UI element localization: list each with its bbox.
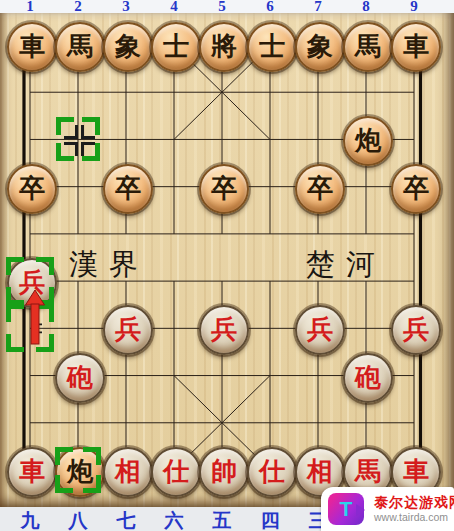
river-label-right: 楚河 [306,245,386,285]
xiangqi-app: 123456789 九八七六五四三二一 漢界 楚河 車馬象士將士象馬車炮卒卒卒卒… [0,0,454,531]
piece-red-elephant[interactable]: 相 [103,447,153,497]
piece-black-horse[interactable]: 馬 [343,22,393,72]
file-label-bottom-5: 五 [210,508,234,531]
file-label-top-5: 5 [214,0,230,15]
file-label-top-9: 9 [406,0,422,15]
file-label-bottom-6: 四 [258,508,282,531]
piece-red-soldier[interactable]: 兵 [103,305,153,355]
piece-black-elephant[interactable]: 象 [103,22,153,72]
file-label-top-3: 3 [118,0,134,15]
piece-red-advisor[interactable]: 仕 [151,447,201,497]
watermark[interactable]: T 泰尔达游戏网 www.tairda.com [321,487,454,531]
watermark-logo-letter: T [340,497,353,521]
watermark-site-name: 泰尔达游戏网 [374,495,454,511]
piece-black-soldier[interactable]: 卒 [199,164,249,214]
file-label-bottom-4: 六 [162,508,186,531]
file-label-bottom-1: 九 [18,508,42,531]
piece-red-cannon[interactable]: 砲 [343,353,393,403]
file-label-top-2: 2 [70,0,86,15]
piece-black-chariot[interactable]: 車 [7,22,57,72]
top-file-labels: 123456789 [0,0,454,13]
piece-black-advisor[interactable]: 士 [151,22,201,72]
file-label-top-8: 8 [358,0,374,15]
piece-black-soldier[interactable]: 卒 [103,164,153,214]
piece-black-soldier[interactable]: 卒 [391,164,441,214]
piece-red-general[interactable]: 帥 [199,447,249,497]
piece-black-soldier[interactable]: 卒 [295,164,345,214]
piece-black-elephant[interactable]: 象 [295,22,345,72]
piece-black-soldier[interactable]: 卒 [7,164,57,214]
file-label-top-7: 7 [310,0,326,15]
piece-red-chariot[interactable]: 車 [7,447,57,497]
piece-red-soldier[interactable]: 兵 [391,305,441,355]
piece-black-horse[interactable]: 馬 [55,22,105,72]
file-label-top-6: 6 [262,0,278,15]
piece-black-chariot[interactable]: 車 [391,22,441,72]
file-label-top-1: 1 [22,0,38,15]
piece-red-cannon[interactable]: 砲 [55,353,105,403]
watermark-url: www.tairda.com [374,511,454,523]
piece-red-soldier[interactable]: 兵 [295,305,345,355]
file-label-bottom-2: 八 [66,508,90,531]
piece-black-cannon[interactable]: 炮 [55,447,105,497]
file-label-bottom-3: 七 [114,508,138,531]
piece-black-general[interactable]: 將 [199,22,249,72]
piece-red-soldier[interactable]: 兵 [7,258,57,308]
piece-red-soldier[interactable]: 兵 [199,305,249,355]
piece-red-advisor[interactable]: 仕 [247,447,297,497]
watermark-logo-icon: T [328,493,364,525]
river-label-left: 漢界 [69,245,149,285]
file-label-top-4: 4 [166,0,182,15]
piece-black-advisor[interactable]: 士 [247,22,297,72]
